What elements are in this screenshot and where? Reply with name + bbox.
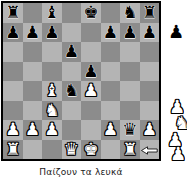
- square-c4: ♝: [42, 81, 62, 101]
- square-a7: ♟: [3, 23, 23, 43]
- white-pawn-icon: ♟: [5, 120, 20, 140]
- page: ♜♝♚♞♜♟♟♟♟♟♟♟♟♝♞♟♞♟♟♟♟♛♟♜♛♚♜ ♟♟♞♟♟ Παίζου…: [0, 0, 187, 181]
- chess-board: ♜♝♚♞♜♟♟♟♟♟♟♟♟♝♞♟♞♟♟♟♟♛♟♜♛♚♜: [1, 1, 161, 161]
- black-pawn-icon: ♟: [166, 22, 186, 42]
- black-pawn-icon: ♟: [142, 23, 157, 43]
- square-e2: [81, 120, 101, 140]
- black-pawn-icon: ♟: [122, 23, 137, 43]
- square-d5: [62, 62, 82, 82]
- square-f3: [101, 101, 121, 121]
- square-c7: ♟: [42, 23, 62, 43]
- square-d3: [62, 101, 82, 121]
- square-g8: ♞: [120, 3, 140, 23]
- square-e7: [81, 23, 101, 43]
- square-c8: ♝: [42, 3, 62, 23]
- black-knight-icon: ♞: [122, 3, 137, 23]
- black-king-icon: ♚: [83, 3, 98, 23]
- square-e5: ♟: [81, 62, 101, 82]
- square-b4: [23, 81, 43, 101]
- square-b7: ♟: [23, 23, 43, 43]
- square-g5: [120, 62, 140, 82]
- white-pawn-icon: ♟: [83, 81, 98, 101]
- square-h6: [140, 42, 160, 62]
- square-e6: [81, 42, 101, 62]
- white-king-icon: ♚: [83, 140, 98, 160]
- square-g2: ♛: [120, 120, 140, 140]
- square-g7: ♟: [120, 23, 140, 43]
- square-g6: [120, 42, 140, 62]
- square-d2: [62, 120, 82, 140]
- white-knight-icon: ♞: [44, 101, 59, 121]
- caption: Παίζουν τα λευκά: [0, 167, 162, 177]
- square-d7: [62, 23, 82, 43]
- square-c6: [42, 42, 62, 62]
- black-pawn-icon: ♟: [5, 23, 20, 43]
- square-d4: ♞: [62, 81, 82, 101]
- square-e8: ♚: [81, 3, 101, 23]
- white-pawn-icon: ♟: [25, 120, 40, 140]
- black-rook-icon: ♜: [142, 3, 157, 23]
- square-g4: [120, 81, 140, 101]
- square-h4: [140, 81, 160, 101]
- black-pawn-icon: ♟: [64, 42, 79, 62]
- square-b3: [23, 101, 43, 121]
- square-h3: [140, 101, 160, 121]
- square-a2: ♟: [3, 120, 23, 140]
- square-f2: ♟: [101, 120, 121, 140]
- square-h7: ♟: [140, 23, 160, 43]
- square-c5: [42, 62, 62, 82]
- black-bishop-icon: ♝: [44, 3, 59, 23]
- black-pawn-icon: ♟: [25, 23, 40, 43]
- square-a6: [3, 42, 23, 62]
- square-f8: [101, 3, 121, 23]
- square-b1: [23, 140, 43, 160]
- square-h5: [140, 62, 160, 82]
- square-e4: ♟: [81, 81, 101, 101]
- square-d6: ♟: [62, 42, 82, 62]
- white-bishop-icon: ♝: [44, 81, 59, 101]
- square-b2: ♟: [23, 120, 43, 140]
- square-e1: ♚: [81, 140, 101, 160]
- square-f6: [101, 42, 121, 62]
- square-d8: [62, 3, 82, 23]
- square-b5: [23, 62, 43, 82]
- square-c1: [42, 140, 62, 160]
- black-knight-icon: ♞: [64, 81, 79, 101]
- square-f5: [101, 62, 121, 82]
- square-h8: ♜: [140, 3, 160, 23]
- white-rook-icon: ♜: [122, 140, 137, 160]
- white-pawn-icon: ♟: [142, 120, 157, 140]
- black-pawn-icon: ♟: [83, 62, 98, 82]
- square-a1: ♜: [3, 140, 23, 160]
- square-f4: [101, 81, 121, 101]
- square-a8: ♜: [3, 3, 23, 23]
- square-g3: [120, 101, 140, 121]
- white-pawn-icon: ♟: [103, 120, 118, 140]
- white-queen-icon: ♛: [64, 140, 79, 160]
- black-queen-icon: ♛: [122, 120, 137, 140]
- white-rook-icon: ♜: [5, 140, 20, 160]
- square-g1: ♜: [120, 140, 140, 160]
- black-pawn-icon: ♟: [44, 23, 59, 43]
- white-pawn-icon: ♟: [44, 120, 59, 140]
- square-a5: [3, 62, 23, 82]
- black-rook-icon: ♜: [5, 3, 20, 23]
- square-a3: [3, 101, 23, 121]
- square-c3: ♞: [42, 101, 62, 121]
- square-f7: ♟: [101, 23, 121, 43]
- square-d1: ♛: [62, 140, 82, 160]
- square-a4: [3, 81, 23, 101]
- square-b6: [23, 42, 43, 62]
- square-b8: [23, 3, 43, 23]
- square-c2: ♟: [42, 120, 62, 140]
- move-arrow-icon: [141, 146, 158, 155]
- square-h2: ♟: [140, 120, 160, 140]
- square-f1: [101, 140, 121, 160]
- black-pawn-icon: ♟: [103, 23, 118, 43]
- white-pawn-icon: ♟: [168, 144, 187, 164]
- square-e3: [81, 101, 101, 121]
